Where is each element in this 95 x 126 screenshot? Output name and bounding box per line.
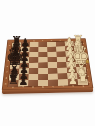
chess-board: 87654321 87654321 abcdefgh abcdefgh bbox=[2, 38, 93, 90]
square-h4[interactable] bbox=[48, 79, 58, 85]
board-frame: 87654321 87654321 abcdefgh abcdefgh bbox=[2, 38, 93, 90]
chess-set-photo: 87654321 87654321 abcdefgh abcdefgh ♜♟♟♜… bbox=[0, 0, 95, 126]
brass-clasp-icon bbox=[86, 60, 89, 63]
square-h8[interactable] bbox=[8, 80, 18, 86]
square-h5[interactable] bbox=[38, 80, 48, 86]
square-h1[interactable] bbox=[77, 79, 88, 85]
square-h3[interactable] bbox=[58, 79, 68, 85]
square-h7[interactable] bbox=[18, 80, 28, 86]
square-h6[interactable] bbox=[28, 80, 38, 86]
board-squares bbox=[8, 41, 88, 87]
